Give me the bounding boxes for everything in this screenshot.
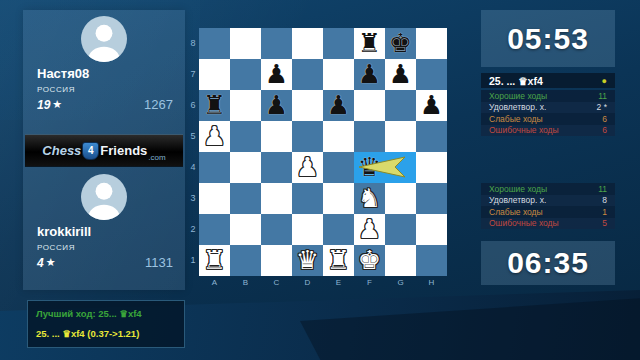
rank-label-5: 5 <box>188 121 198 152</box>
player-stars: 19 <box>37 98 50 112</box>
white-rook-e1[interactable]: ♜ <box>323 245 354 276</box>
player-rating: 1267 <box>144 97 173 112</box>
square-a5[interactable]: ♟ <box>199 121 230 152</box>
clock-white: 06:35 <box>481 241 615 285</box>
square-d7[interactable] <box>292 59 323 90</box>
black-pawn-c6[interactable]: ♟ <box>261 90 292 121</box>
white-pawn-a5[interactable]: ♟ <box>199 121 230 152</box>
rank-label-2: 2 <box>188 214 198 245</box>
white-rook-a1[interactable]: ♜ <box>199 245 230 276</box>
stat-row-weak: Слабые ходы 1 <box>481 206 615 218</box>
white-pawn-f2[interactable]: ♟ <box>354 214 385 245</box>
square-a7[interactable] <box>199 59 230 90</box>
square-g2[interactable] <box>385 214 416 245</box>
stat-row-mistakes: Ошибочные ходы 5 <box>481 218 615 230</box>
file-label-b: B <box>230 278 261 287</box>
square-g7[interactable]: ♟ <box>385 59 416 90</box>
square-h3[interactable] <box>416 183 447 214</box>
black-pawn-g7[interactable]: ♟ <box>385 59 416 90</box>
stat-row-satisfactory: Удовлетвор. х. 8 <box>481 195 615 207</box>
rank-label-8: 8 <box>188 28 198 59</box>
square-b7[interactable] <box>230 59 261 90</box>
stat-label: Ошибочные ходы <box>489 125 559 135</box>
person-icon <box>81 174 127 220</box>
square-h7[interactable] <box>416 59 447 90</box>
stat-row-weak: Слабые ходы 6 <box>481 113 615 125</box>
white-knight-f3[interactable]: ♞ <box>354 183 385 214</box>
square-e7[interactable] <box>323 59 354 90</box>
square-g3[interactable] <box>385 183 416 214</box>
square-f2[interactable]: ♟ <box>354 214 385 245</box>
square-b8[interactable] <box>230 28 261 59</box>
rank-label-3: 3 <box>188 183 198 214</box>
square-e8[interactable] <box>323 28 354 59</box>
stat-value: 11 <box>598 91 607 101</box>
square-d8[interactable] <box>292 28 323 59</box>
stat-row-satisfactory: Удовлетвор. х. 2 * <box>481 102 615 114</box>
logo-text-chess: Chess <box>42 143 81 158</box>
file-label-g: G <box>385 278 416 287</box>
clock-white-time: 06:35 <box>507 246 589 280</box>
last-move-text: 25. ... ♛xf4 <box>489 75 543 87</box>
move-stats-bottom: Хорошие ходы 11 Удовлетвор. х. 8 Слабые … <box>481 183 615 229</box>
white-queen-d1[interactable]: ♛ <box>292 245 323 276</box>
stat-label: Слабые ходы <box>489 207 543 217</box>
best-move-text: Лучший ход: 25... ♛xf4 <box>36 308 176 319</box>
square-c5[interactable] <box>261 121 292 152</box>
move-stats-top: Хорошие ходы 11 Удовлетвор. х. 2 * Слабы… <box>481 90 615 136</box>
square-b4[interactable] <box>230 152 261 183</box>
black-rook-a6[interactable]: ♜ <box>199 90 230 121</box>
rank-label-7: 7 <box>188 59 198 90</box>
square-h6[interactable]: ♟ <box>416 90 447 121</box>
person-icon <box>81 16 127 62</box>
square-g8[interactable]: ♚ <box>385 28 416 59</box>
background-shape <box>300 295 640 360</box>
square-b6[interactable] <box>230 90 261 121</box>
square-d3[interactable] <box>292 183 323 214</box>
square-d6[interactable] <box>292 90 323 121</box>
black-queen-f4[interactable]: ♛ <box>354 152 385 183</box>
square-g5[interactable] <box>385 121 416 152</box>
stat-value: 8 <box>602 195 607 205</box>
square-f8[interactable]: ♜ <box>354 28 385 59</box>
white-pawn-d4[interactable]: ♟ <box>292 152 323 183</box>
square-b3[interactable] <box>230 183 261 214</box>
square-d1[interactable]: ♛ <box>292 245 323 276</box>
stat-row-mistakes: Ошибочные ходы 6 <box>481 125 615 137</box>
square-a4[interactable] <box>199 152 230 183</box>
stat-label: Хорошие ходы <box>489 91 547 101</box>
square-h8[interactable] <box>416 28 447 59</box>
player-country: РОССИЯ <box>23 243 185 252</box>
stat-row-good: Хорошие ходы 11 <box>481 90 615 102</box>
stat-label: Удовлетвор. х. <box>489 102 546 112</box>
square-h4[interactable] <box>416 152 447 183</box>
square-e3[interactable] <box>323 183 354 214</box>
square-d4[interactable]: ♟ <box>292 152 323 183</box>
square-h2[interactable] <box>416 214 447 245</box>
player-name: krokkirill <box>23 224 185 239</box>
player-country: РОССИЯ <box>23 85 185 94</box>
stat-label: Слабые ходы <box>489 114 543 124</box>
stat-value: 1 <box>602 207 607 217</box>
engine-hint-box: Лучший ход: 25... ♛xf4 25. ... ♛xf4 (0.3… <box>27 300 185 348</box>
stat-label: Хорошие ходы <box>489 184 547 194</box>
square-c7[interactable]: ♟ <box>261 59 292 90</box>
square-c1[interactable] <box>261 245 292 276</box>
player-rating: 1131 <box>145 255 173 270</box>
file-label-h: H <box>416 278 447 287</box>
avatar <box>81 174 127 220</box>
square-c4[interactable] <box>261 152 292 183</box>
square-c2[interactable] <box>261 214 292 245</box>
square-g1[interactable] <box>385 245 416 276</box>
square-a8[interactable] <box>199 28 230 59</box>
square-e1[interactable]: ♜ <box>323 245 354 276</box>
black-pawn-f7[interactable]: ♟ <box>354 59 385 90</box>
square-b5[interactable] <box>230 121 261 152</box>
player-card-top: Настя08 РОССИЯ 19 ★ 1267 <box>23 10 185 112</box>
clock-black-time: 05:53 <box>507 22 589 56</box>
player-name: Настя08 <box>23 66 185 81</box>
clock-black: 05:53 <box>481 10 615 67</box>
file-label-c: C <box>261 278 292 287</box>
square-f3[interactable]: ♞ <box>354 183 385 214</box>
square-c8[interactable] <box>261 28 292 59</box>
square-a2[interactable] <box>199 214 230 245</box>
square-a6[interactable]: ♜ <box>199 90 230 121</box>
last-move-indicator[interactable]: 25. ... ♛xf4 ● <box>481 73 615 88</box>
stat-value: 6 <box>602 125 607 135</box>
logo-text-com: .com <box>148 153 165 166</box>
chessfriends-logo: Chess 4 Friends .com <box>25 134 183 167</box>
square-f1[interactable]: ♚ <box>354 245 385 276</box>
square-h5[interactable] <box>416 121 447 152</box>
square-b2[interactable] <box>230 214 261 245</box>
logo-shield-icon: 4 <box>82 142 99 160</box>
rank-label-4: 4 <box>188 152 198 183</box>
stat-value: 6 <box>602 114 607 124</box>
rank-label-6: 6 <box>188 90 198 121</box>
stat-label: Удовлетвор. х. <box>489 195 546 205</box>
square-a3[interactable] <box>199 183 230 214</box>
square-f5[interactable] <box>354 121 385 152</box>
played-move-eval-text: 25. ... ♛xf4 (0.37->1.21) <box>36 328 176 339</box>
file-label-d: D <box>292 278 323 287</box>
square-g4[interactable] <box>385 152 416 183</box>
black-king-g8[interactable]: ♚ <box>385 28 416 59</box>
player-stars: 4 <box>37 256 44 270</box>
square-e4[interactable] <box>323 152 354 183</box>
star-icon: ★ <box>46 256 56 269</box>
square-f7[interactable]: ♟ <box>354 59 385 90</box>
square-f4[interactable]: ♛ <box>354 152 385 183</box>
square-c3[interactable] <box>261 183 292 214</box>
avatar <box>81 16 127 62</box>
black-rook-f8[interactable]: ♜ <box>354 28 385 59</box>
white-king-f1[interactable]: ♚ <box>354 245 385 276</box>
black-pawn-c7[interactable]: ♟ <box>261 59 292 90</box>
logo-text-friends: Friends <box>100 143 147 158</box>
file-label-a: A <box>199 278 230 287</box>
file-label-f: F <box>354 278 385 287</box>
file-label-e: E <box>323 278 354 287</box>
rank-label-1: 1 <box>188 245 198 276</box>
stat-value: 11 <box>598 184 607 194</box>
square-b1[interactable] <box>230 245 261 276</box>
square-h1[interactable] <box>416 245 447 276</box>
square-d2[interactable] <box>292 214 323 245</box>
stat-value: 5 <box>602 218 607 228</box>
square-g6[interactable] <box>385 90 416 121</box>
square-e5[interactable] <box>323 121 354 152</box>
square-c6[interactable]: ♟ <box>261 90 292 121</box>
black-pawn-e6[interactable]: ♟ <box>323 90 354 121</box>
chess-board[interactable]: ♜♚♟♟♟♜♟♟♟♟♟♛♞♟♜♛♜♚ 87654321ABCDEFGH <box>199 28 447 276</box>
square-a1[interactable]: ♜ <box>199 245 230 276</box>
stat-label: Ошибочные ходы <box>489 218 559 228</box>
player-card-bottom: krokkirill РОССИЯ 4 ★ 1131 <box>23 168 185 270</box>
stat-row-good: Хорошие ходы 11 <box>481 183 615 195</box>
star-icon: ★ <box>52 98 62 111</box>
move-quality-dot: ● <box>602 76 607 86</box>
square-f6[interactable] <box>354 90 385 121</box>
square-e2[interactable] <box>323 214 354 245</box>
square-d5[interactable] <box>292 121 323 152</box>
square-e6[interactable]: ♟ <box>323 90 354 121</box>
stat-value: 2 * <box>597 102 607 112</box>
black-pawn-h6[interactable]: ♟ <box>416 90 447 121</box>
